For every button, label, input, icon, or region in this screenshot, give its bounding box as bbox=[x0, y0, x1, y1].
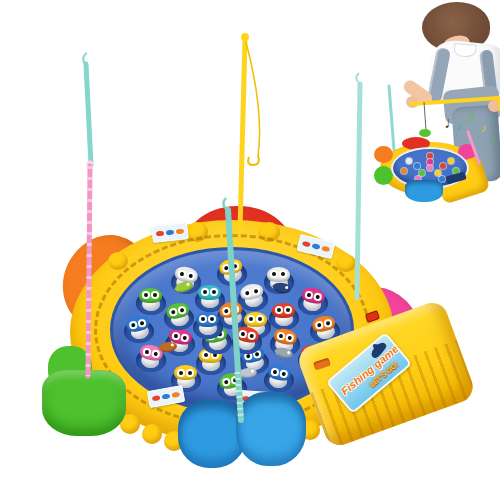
child-hand bbox=[488, 100, 500, 112]
fishing-hook-icon bbox=[248, 156, 259, 165]
catch-tray-green-lobe bbox=[42, 370, 126, 436]
inset-fishing-line bbox=[424, 102, 426, 130]
product-photo: Fishing game LET'S GO! bbox=[0, 0, 500, 500]
music-note-icon: ♪ bbox=[481, 122, 487, 134]
mini-fish bbox=[414, 163, 420, 169]
rod-teal bbox=[86, 64, 91, 165]
mini-fish bbox=[440, 163, 446, 169]
catch-tray-green bbox=[42, 346, 126, 438]
mini-fish bbox=[427, 165, 433, 171]
mini-fish bbox=[435, 170, 441, 176]
music-note-icon: ♫ bbox=[489, 115, 496, 125]
fish-blue bbox=[196, 312, 220, 336]
mini-fish bbox=[406, 158, 412, 164]
fish-blue bbox=[125, 314, 153, 342]
platter-scallop bbox=[108, 252, 128, 270]
catch-tray-blue bbox=[178, 392, 306, 470]
inset-photo: ♩♪♫♪♫♪ bbox=[370, 0, 500, 212]
rod-yellow-knob bbox=[241, 33, 249, 41]
music-note-icon: ♫ bbox=[466, 110, 475, 124]
music-note-icon: ♪ bbox=[491, 134, 496, 145]
mini-petal-orange bbox=[374, 146, 393, 163]
rod-pink-tip bbox=[87, 161, 94, 168]
music-note-icon: ♪ bbox=[456, 119, 462, 133]
platter-scallop bbox=[142, 424, 162, 444]
fish-magenta bbox=[298, 285, 326, 313]
child-hand bbox=[406, 96, 419, 108]
fishing-line bbox=[246, 42, 260, 156]
fish-red bbox=[272, 303, 296, 327]
inset-rod-teal bbox=[389, 86, 394, 150]
mini-fish bbox=[419, 170, 425, 176]
fish-red bbox=[232, 325, 260, 353]
fish-green bbox=[139, 288, 163, 312]
fish-yellow bbox=[218, 257, 246, 285]
mini-fish bbox=[448, 158, 454, 164]
rod-hook-icon bbox=[356, 73, 360, 84]
rod-yellow bbox=[240, 38, 245, 230]
caught-fish-green bbox=[419, 129, 431, 137]
mini-fish bbox=[439, 176, 445, 182]
mini-fish bbox=[401, 168, 407, 174]
fish-sticker bbox=[239, 367, 258, 379]
catch-tray-blue-lobe bbox=[236, 392, 306, 466]
mini-tray-blue bbox=[405, 180, 443, 202]
rod-hook-icon bbox=[83, 53, 87, 66]
